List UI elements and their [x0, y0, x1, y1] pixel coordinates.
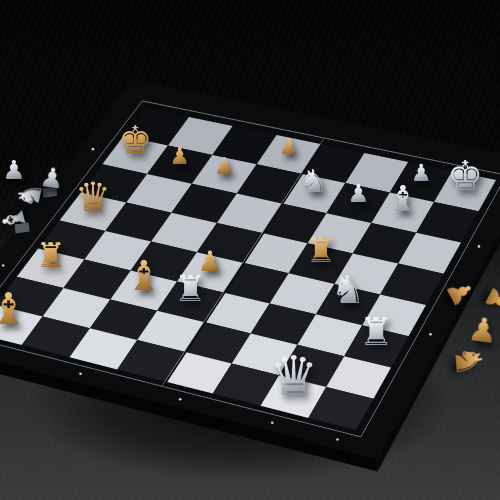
silver-rook-h3[interactable]: ♜	[359, 313, 393, 351]
frame-screw	[92, 148, 95, 151]
frame-screw	[79, 372, 82, 375]
product-photo-scene: ♟♚♟♟♟♚♞♟♛♝♜♜♟♝♜♞♝♜♛ ♟♟♞♝♟♟♞♟ chess 3P2pk…	[0, 0, 500, 500]
gold-rook-f5[interactable]: ♜	[306, 235, 336, 269]
gold-rook-a3[interactable]: ♜	[36, 239, 66, 273]
silver-knight-g4[interactable]: ♞	[331, 271, 366, 310]
gold-pawn-c7[interactable]: ♟	[214, 154, 235, 177]
gold-bishop-a1[interactable]: ♝	[0, 287, 28, 331]
frame-screw	[429, 333, 432, 336]
silver-bishop-g7[interactable]: ♝	[387, 182, 419, 218]
frame-screw	[179, 398, 182, 401]
gold-queen-a5[interactable]: ♛	[75, 177, 111, 218]
silver-queen-g1[interactable]: ♛	[269, 349, 318, 404]
gold-pawn-d8[interactable]: ♟	[279, 135, 299, 157]
frame-screw	[336, 438, 339, 441]
silver-pawn-f7[interactable]: ♟	[347, 182, 369, 207]
silver-rook-d3[interactable]: ♜	[174, 271, 206, 307]
captured-gold-knight: ♞	[449, 344, 488, 379]
gold-pawn-b7[interactable]: ♟	[170, 145, 190, 168]
frame-screw	[271, 422, 274, 425]
gold-bishop-c3[interactable]: ♝	[125, 255, 162, 297]
frame-screw	[2, 264, 5, 267]
silver-king-h8[interactable]: ♚	[447, 156, 483, 197]
gold-king-a7[interactable]: ♚	[118, 122, 152, 160]
silver-knight-e7[interactable]: ♞	[299, 166, 327, 198]
chessboard	[0, 0, 500, 500]
frame-screw	[478, 245, 481, 248]
